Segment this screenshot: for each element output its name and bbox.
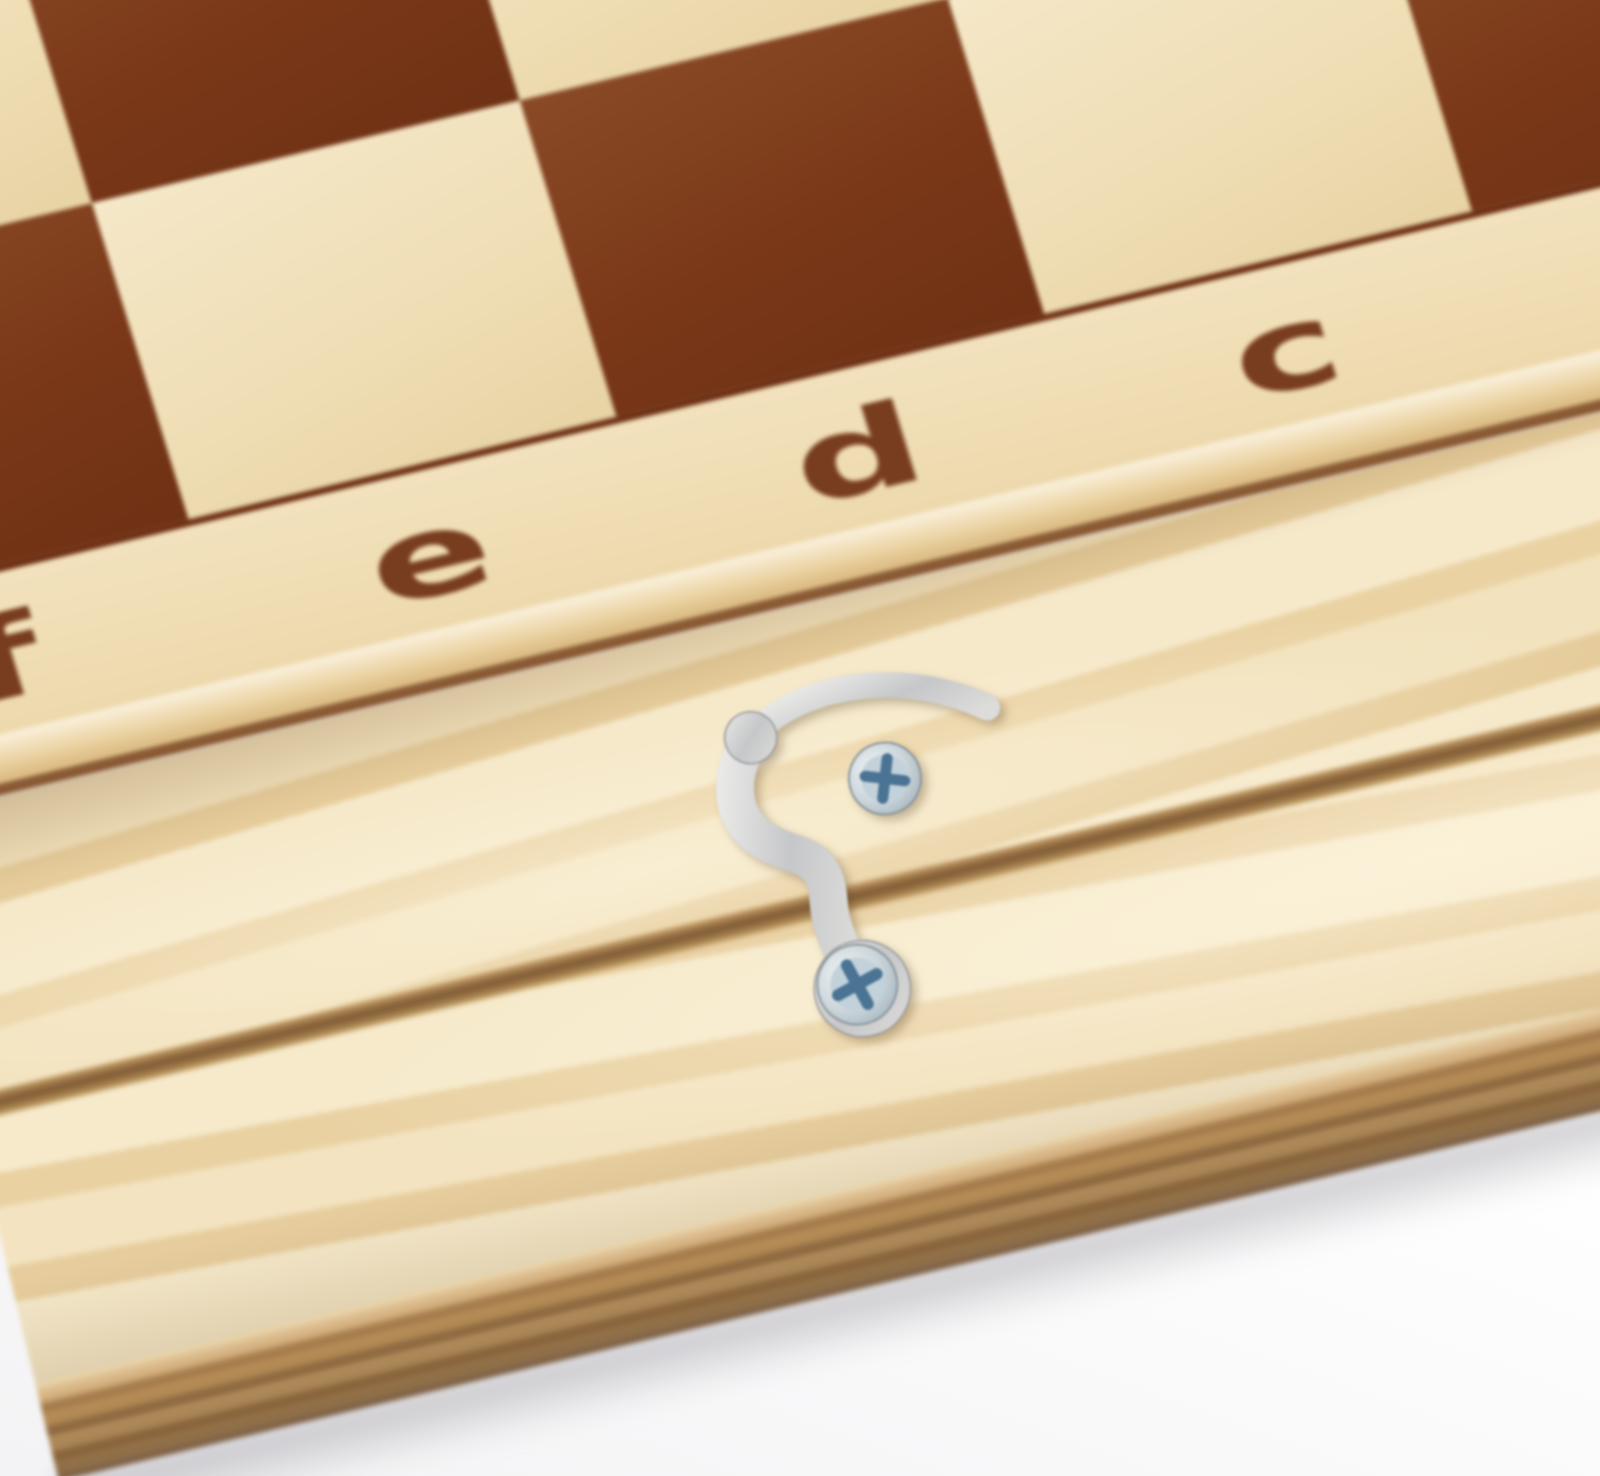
upper-screw: [842, 735, 929, 822]
photo-scene: hgfedcba: [0, 0, 1600, 1476]
